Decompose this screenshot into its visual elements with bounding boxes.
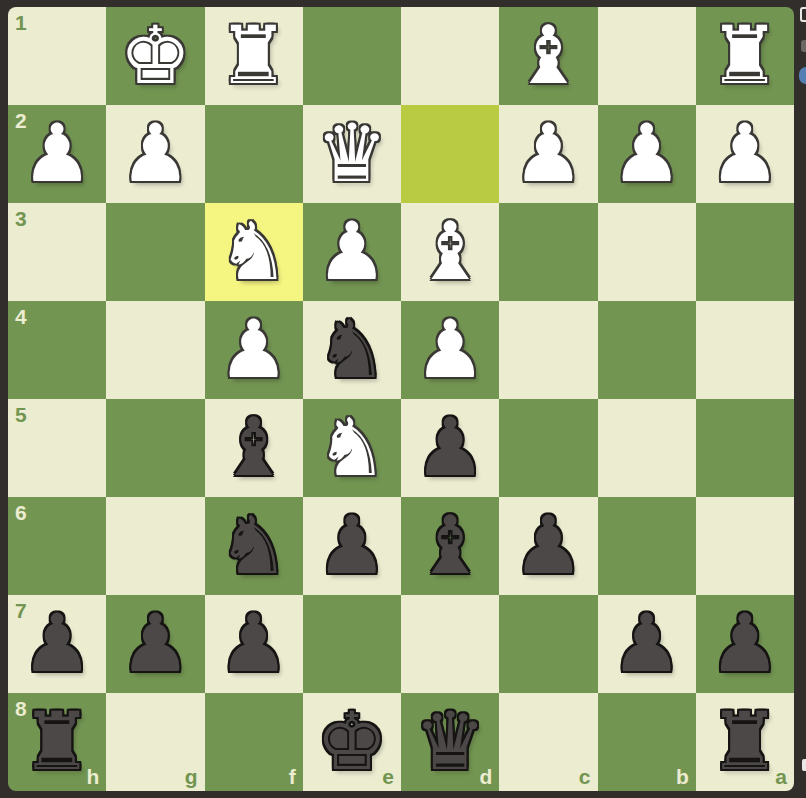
white-king[interactable]: ♚ <box>120 16 192 96</box>
square-c8[interactable]: c <box>499 693 597 791</box>
file-label-d: d <box>479 765 492 789</box>
clipped-bracket-icon <box>800 7 806 22</box>
square-e4[interactable]: ♞ <box>303 301 401 399</box>
square-a4[interactable] <box>696 301 794 399</box>
square-f6[interactable]: ♞ <box>205 497 303 595</box>
square-c2[interactable]: ♟ <box>499 105 597 203</box>
square-h7[interactable]: 7♟ <box>8 595 106 693</box>
square-g5[interactable] <box>106 399 204 497</box>
square-c3[interactable] <box>499 203 597 301</box>
square-b4[interactable] <box>598 301 696 399</box>
black-pawn[interactable]: ♟ <box>120 604 192 684</box>
square-h4[interactable]: 4 <box>8 301 106 399</box>
white-pawn[interactable]: ♟ <box>21 114 93 194</box>
square-h5[interactable]: 5 <box>8 399 106 497</box>
file-label-g: g <box>185 765 198 789</box>
square-g4[interactable] <box>106 301 204 399</box>
square-e2[interactable]: ♛ <box>303 105 401 203</box>
black-pawn[interactable]: ♟ <box>218 604 290 684</box>
square-a8[interactable]: a♜ <box>696 693 794 791</box>
black-rook[interactable]: ♜ <box>709 702 781 782</box>
square-a2[interactable]: ♟ <box>696 105 794 203</box>
square-d3[interactable]: ♝ <box>401 203 499 301</box>
white-pawn[interactable]: ♟ <box>513 114 585 194</box>
square-e1[interactable] <box>303 7 401 105</box>
rank-label-6: 6 <box>15 501 27 525</box>
square-e8[interactable]: e♚ <box>303 693 401 791</box>
black-bishop[interactable]: ♝ <box>218 408 290 488</box>
square-g1[interactable]: ♚ <box>106 7 204 105</box>
black-bishop[interactable]: ♝ <box>414 506 486 586</box>
square-b7[interactable]: ♟ <box>598 595 696 693</box>
square-h2[interactable]: 2♟ <box>8 105 106 203</box>
square-g3[interactable] <box>106 203 204 301</box>
file-label-c: c <box>579 765 591 789</box>
square-c5[interactable] <box>499 399 597 497</box>
black-pawn[interactable]: ♟ <box>21 604 93 684</box>
white-pawn[interactable]: ♟ <box>611 114 683 194</box>
square-b6[interactable] <box>598 497 696 595</box>
square-b1[interactable] <box>598 7 696 105</box>
square-d2[interactable] <box>401 105 499 203</box>
rank-label-3: 3 <box>15 207 27 231</box>
square-d7[interactable] <box>401 595 499 693</box>
square-a7[interactable]: ♟ <box>696 595 794 693</box>
square-c6[interactable]: ♟ <box>499 497 597 595</box>
rank-label-4: 4 <box>15 305 27 329</box>
square-b8[interactable]: b <box>598 693 696 791</box>
white-pawn[interactable]: ♟ <box>218 310 290 390</box>
rank-label-1: 1 <box>15 11 27 35</box>
white-pawn[interactable]: ♟ <box>414 310 486 390</box>
square-f5[interactable]: ♝ <box>205 399 303 497</box>
square-f1[interactable]: ♜ <box>205 7 303 105</box>
square-a1[interactable]: ♜ <box>696 7 794 105</box>
square-f2[interactable] <box>205 105 303 203</box>
black-pawn[interactable]: ♟ <box>709 604 781 684</box>
square-b3[interactable] <box>598 203 696 301</box>
white-pawn[interactable]: ♟ <box>120 114 192 194</box>
file-label-f: f <box>289 765 296 789</box>
square-g6[interactable] <box>106 497 204 595</box>
square-h3[interactable]: 3 <box>8 203 106 301</box>
square-d6[interactable]: ♝ <box>401 497 499 595</box>
square-b2[interactable]: ♟ <box>598 105 696 203</box>
clipped-blue-circle-icon <box>799 67 806 84</box>
page: { "game": "chess", "app": { "background_… <box>0 0 806 798</box>
square-d4[interactable]: ♟ <box>401 301 499 399</box>
file-label-h: h <box>86 765 99 789</box>
white-knight[interactable]: ♞ <box>316 408 388 488</box>
black-pawn[interactable]: ♟ <box>513 506 585 586</box>
square-c7[interactable] <box>499 595 597 693</box>
black-knight[interactable]: ♞ <box>316 310 388 390</box>
black-king[interactable]: ♚ <box>316 702 388 782</box>
clipped-white-icon <box>802 759 806 771</box>
chess-board[interactable]: 1♚♜♝♜2♟♟♛♟♟♟3♞♟♝4♟♞♟5♝♞♟6♞♟♝♟7♟♟♟♟♟8h♜gf… <box>8 7 794 791</box>
square-d8[interactable]: d♛ <box>401 693 499 791</box>
white-rook[interactable]: ♜ <box>709 16 781 96</box>
square-h6[interactable]: 6 <box>8 497 106 595</box>
square-d1[interactable] <box>401 7 499 105</box>
black-queen[interactable]: ♛ <box>414 702 486 782</box>
black-knight[interactable]: ♞ <box>218 506 290 586</box>
square-e7[interactable] <box>303 595 401 693</box>
black-rook[interactable]: ♜ <box>21 702 93 782</box>
clipped-gray-icon <box>801 40 806 52</box>
square-d5[interactable]: ♟ <box>401 399 499 497</box>
white-bishop[interactable]: ♝ <box>414 212 486 292</box>
square-c1[interactable]: ♝ <box>499 7 597 105</box>
rank-label-8: 8 <box>15 697 27 721</box>
square-e5[interactable]: ♞ <box>303 399 401 497</box>
file-label-e: e <box>382 765 394 789</box>
square-a3[interactable] <box>696 203 794 301</box>
square-c4[interactable] <box>499 301 597 399</box>
black-pawn[interactable]: ♟ <box>611 604 683 684</box>
white-bishop[interactable]: ♝ <box>513 16 585 96</box>
square-g2[interactable]: ♟ <box>106 105 204 203</box>
file-label-a: a <box>775 765 787 789</box>
square-b5[interactable] <box>598 399 696 497</box>
square-f3[interactable]: ♞ <box>205 203 303 301</box>
rank-label-2: 2 <box>15 109 27 133</box>
white-rook[interactable]: ♜ <box>218 16 290 96</box>
black-pawn[interactable]: ♟ <box>414 408 486 488</box>
square-g8[interactable]: g <box>106 693 204 791</box>
square-a6[interactable] <box>696 497 794 595</box>
rank-label-7: 7 <box>15 599 27 623</box>
black-pawn[interactable]: ♟ <box>316 506 388 586</box>
white-queen[interactable]: ♛ <box>316 114 388 194</box>
square-g7[interactable]: ♟ <box>106 595 204 693</box>
white-knight[interactable]: ♞ <box>218 212 290 292</box>
square-e3[interactable]: ♟ <box>303 203 401 301</box>
file-label-b: b <box>676 765 689 789</box>
square-h1[interactable]: 1 <box>8 7 106 105</box>
square-a5[interactable] <box>696 399 794 497</box>
square-f7[interactable]: ♟ <box>205 595 303 693</box>
square-h8[interactable]: 8h♜ <box>8 693 106 791</box>
square-f4[interactable]: ♟ <box>205 301 303 399</box>
white-pawn[interactable]: ♟ <box>316 212 388 292</box>
square-f8[interactable]: f <box>205 693 303 791</box>
square-e6[interactable]: ♟ <box>303 497 401 595</box>
white-pawn[interactable]: ♟ <box>709 114 781 194</box>
rank-label-5: 5 <box>15 403 27 427</box>
